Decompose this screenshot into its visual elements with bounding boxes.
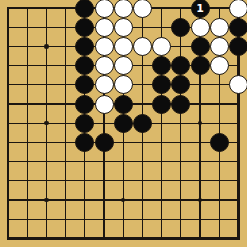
white-stone	[114, 37, 133, 56]
grid-line	[7, 237, 240, 240]
black-stone	[75, 18, 94, 37]
grid-line	[7, 219, 240, 220]
white-stone	[210, 37, 229, 56]
white-stone	[152, 37, 171, 56]
white-stone	[95, 95, 114, 114]
white-stone	[95, 18, 114, 37]
black-stone	[152, 56, 171, 75]
star-point	[198, 121, 203, 126]
white-stone	[114, 0, 133, 18]
marked-stone-1: 1	[191, 0, 210, 18]
star-point	[198, 198, 203, 203]
grid-line	[180, 7, 181, 240]
black-stone	[191, 56, 210, 75]
black-stone	[75, 133, 94, 152]
grid-line	[7, 161, 240, 162]
black-stone	[133, 114, 152, 133]
black-stone	[114, 114, 133, 133]
black-stone	[171, 56, 190, 75]
white-stone	[210, 56, 229, 75]
black-stone	[95, 133, 114, 152]
black-stone	[229, 18, 247, 37]
black-stone	[75, 56, 94, 75]
star-point	[44, 121, 49, 126]
black-stone	[152, 75, 171, 94]
black-stone	[210, 133, 229, 152]
white-stone	[133, 37, 152, 56]
black-stone	[75, 114, 94, 133]
white-stone	[229, 75, 247, 94]
white-stone	[114, 18, 133, 37]
black-stone	[114, 95, 133, 114]
black-stone	[171, 75, 190, 94]
star-point	[121, 198, 126, 203]
white-stone	[95, 37, 114, 56]
black-stone	[229, 37, 247, 56]
white-stone	[95, 75, 114, 94]
white-stone	[95, 0, 114, 18]
grid-line	[7, 142, 240, 143]
black-stone	[152, 95, 171, 114]
white-stone	[210, 18, 229, 37]
black-stone	[171, 95, 190, 114]
white-stone	[114, 56, 133, 75]
black-stone	[75, 37, 94, 56]
star-point	[44, 44, 49, 49]
black-stone	[75, 95, 94, 114]
go-board[interactable]: 1	[0, 0, 247, 247]
black-stone	[75, 75, 94, 94]
grid-line	[7, 180, 240, 181]
white-stone	[133, 0, 152, 18]
white-stone	[95, 56, 114, 75]
white-stone	[229, 0, 247, 18]
move-number-label: 1	[196, 3, 204, 14]
white-stone	[191, 18, 210, 37]
black-stone	[191, 37, 210, 56]
star-point	[44, 198, 49, 203]
white-stone	[114, 75, 133, 94]
black-stone	[171, 18, 190, 37]
black-stone	[75, 0, 94, 18]
